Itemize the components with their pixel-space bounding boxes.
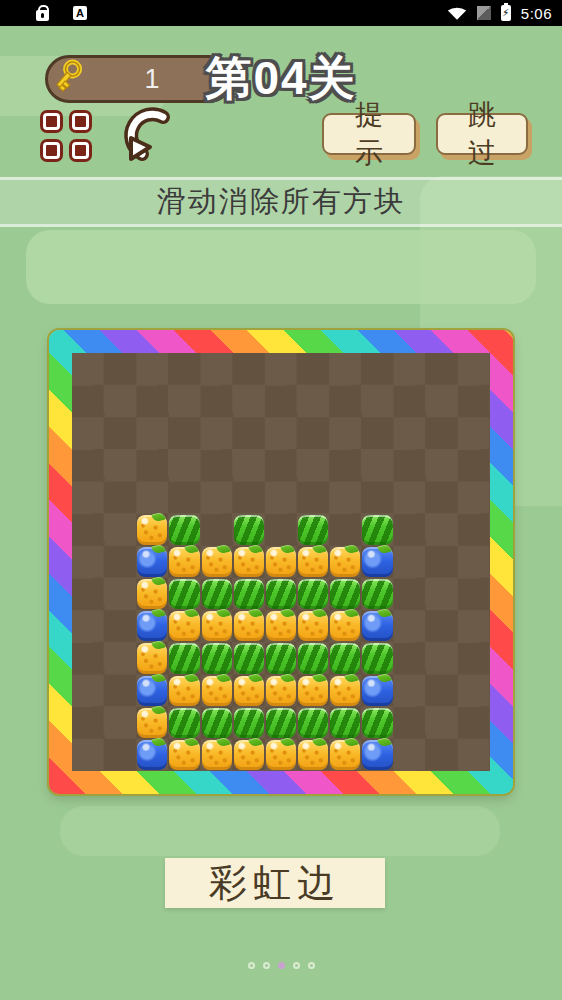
block-orange[interactable] [266, 547, 296, 577]
block-orange[interactable] [330, 676, 360, 706]
block-blueberry[interactable] [362, 676, 392, 706]
block-watermelon[interactable] [330, 579, 360, 609]
block-watermelon[interactable] [298, 643, 328, 673]
block-watermelon[interactable] [169, 515, 199, 545]
block-orange[interactable] [298, 547, 328, 577]
auto-brightness-a-icon: A [73, 6, 87, 20]
page-dot-2[interactable] [263, 962, 270, 969]
block-blueberry[interactable] [137, 676, 167, 706]
block-watermelon[interactable] [298, 708, 328, 738]
block-orange[interactable] [137, 515, 167, 545]
block-watermelon[interactable] [298, 579, 328, 609]
battery-charging-icon: ⚡ [501, 5, 511, 21]
block-blueberry[interactable] [137, 740, 167, 770]
block-watermelon[interactable] [266, 579, 296, 609]
block-blueberry[interactable] [137, 547, 167, 577]
block-orange[interactable] [137, 708, 167, 738]
block-orange[interactable] [202, 676, 232, 706]
rotation-lock-icon [36, 10, 49, 21]
no-sim-icon [477, 6, 491, 20]
restart-icon [118, 102, 186, 170]
block-orange[interactable] [234, 676, 264, 706]
block-watermelon[interactable] [234, 643, 264, 673]
block-orange[interactable] [169, 547, 199, 577]
page-dot-4[interactable] [293, 962, 300, 969]
block-orange[interactable] [234, 547, 264, 577]
block-orange[interactable] [234, 611, 264, 641]
block-orange[interactable] [298, 740, 328, 770]
page-dots[interactable] [0, 962, 562, 969]
block-watermelon[interactable] [362, 579, 392, 609]
block-watermelon[interactable] [234, 708, 264, 738]
block-blueberry[interactable] [362, 547, 392, 577]
block-watermelon[interactable] [169, 708, 199, 738]
block-orange[interactable] [202, 547, 232, 577]
clock: 5:06 [521, 5, 552, 22]
block-orange[interactable] [330, 740, 360, 770]
block-orange[interactable] [266, 611, 296, 641]
puzzle-board[interactable] [49, 330, 513, 794]
block-watermelon[interactable] [169, 643, 199, 673]
block-blueberry[interactable] [362, 740, 392, 770]
block-orange[interactable] [298, 676, 328, 706]
block-watermelon[interactable] [362, 708, 392, 738]
instruction-text: 滑动消除所有方块 [0, 177, 562, 227]
block-orange[interactable] [202, 611, 232, 641]
block-watermelon[interactable] [202, 643, 232, 673]
block-watermelon[interactable] [266, 643, 296, 673]
block-watermelon[interactable] [202, 708, 232, 738]
grid-icon [43, 113, 60, 130]
block-watermelon[interactable] [330, 643, 360, 673]
page-dot-3[interactable] [278, 962, 285, 969]
block-watermelon[interactable] [362, 515, 392, 545]
rule-name-label: 彩虹边 [165, 858, 385, 908]
block-blueberry[interactable] [137, 611, 167, 641]
block-orange[interactable] [169, 611, 199, 641]
block-orange[interactable] [266, 676, 296, 706]
block-watermelon[interactable] [234, 515, 264, 545]
game-scene: 1 第04关 提示 跳过 滑动消除所有方块 彩虹边 [0, 26, 562, 1000]
restart-button[interactable] [118, 102, 186, 170]
background-decor [60, 806, 500, 856]
block-orange[interactable] [266, 740, 296, 770]
block-orange[interactable] [137, 579, 167, 609]
block-orange[interactable] [169, 676, 199, 706]
page-dot-5[interactable] [308, 962, 315, 969]
block-orange[interactable] [330, 547, 360, 577]
level-select-button[interactable] [40, 110, 92, 162]
block-orange[interactable] [234, 740, 264, 770]
page-dot-1[interactable] [248, 962, 255, 969]
block-watermelon[interactable] [169, 579, 199, 609]
block-blueberry[interactable] [362, 611, 392, 641]
block-orange[interactable] [202, 740, 232, 770]
block-watermelon[interactable] [362, 643, 392, 673]
block-watermelon[interactable] [202, 579, 232, 609]
block-orange[interactable] [137, 643, 167, 673]
block-watermelon[interactable] [234, 579, 264, 609]
block-watermelon[interactable] [266, 708, 296, 738]
block-orange[interactable] [298, 611, 328, 641]
skip-button[interactable]: 跳过 [436, 113, 528, 155]
board-grid [72, 353, 490, 771]
block-orange[interactable] [169, 740, 199, 770]
status-bar: A ⚡ 5:06 [0, 0, 562, 26]
block-orange[interactable] [330, 611, 360, 641]
block-watermelon[interactable] [330, 708, 360, 738]
hint-button[interactable]: 提示 [322, 113, 416, 155]
block-watermelon[interactable] [298, 515, 328, 545]
wifi-icon [447, 5, 467, 21]
